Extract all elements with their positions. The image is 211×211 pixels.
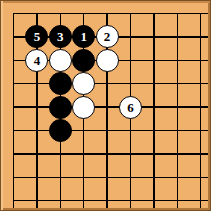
stone-white <box>72 72 95 95</box>
grid-line-vertical <box>153 13 155 208</box>
stone-white <box>96 49 119 72</box>
grid-line-horizontal <box>13 83 208 85</box>
stone-black <box>49 96 72 119</box>
stone-white-move-4: 4 <box>25 49 48 72</box>
move-number-label: 1 <box>80 30 87 43</box>
stone-white-move-6: 6 <box>119 96 142 119</box>
grid-line-horizontal <box>13 200 208 202</box>
grid-line-horizontal <box>13 106 208 108</box>
move-number-label: 6 <box>127 101 134 114</box>
stone-black-move-5: 5 <box>25 25 48 48</box>
stone-black-move-3: 3 <box>49 25 72 48</box>
stone-white-move-2: 2 <box>96 25 119 48</box>
grid-line-vertical <box>13 13 15 208</box>
stone-black-move-1: 1 <box>72 25 95 48</box>
grid-line-vertical <box>200 13 202 208</box>
stone-white <box>49 49 72 72</box>
go-board-diagram: 531246 <box>0 0 211 211</box>
move-number-label: 4 <box>34 54 41 67</box>
move-number-label: 3 <box>57 30 64 43</box>
stone-black <box>49 119 72 142</box>
stone-black <box>72 49 95 72</box>
move-number-label: 2 <box>104 30 111 43</box>
grid-line-horizontal <box>13 130 208 132</box>
stone-white <box>72 96 95 119</box>
grid-line-horizontal <box>13 153 208 155</box>
stone-black <box>49 72 72 95</box>
grid-line-vertical <box>177 13 179 208</box>
grid-line-horizontal <box>13 177 208 179</box>
move-number-label: 5 <box>34 30 41 43</box>
grid-line-horizontal <box>13 13 208 15</box>
